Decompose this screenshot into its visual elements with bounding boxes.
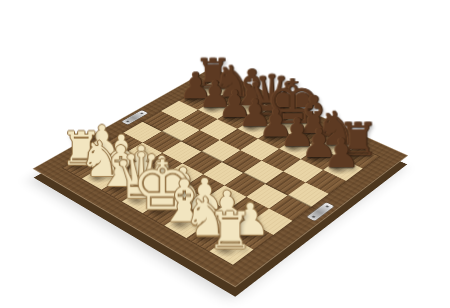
piece-black-pawn[interactable]: ♟	[301, 133, 382, 173]
square-h1[interactable]: ♜	[209, 237, 253, 265]
scene: ♜♞♝♛♚♝♞♜♟♟♟♟♟♟♟♟♟♟♟♟♟♟♟♟♜♞♝♛♚♝♞♜	[0, 0, 450, 308]
chess-board: ♜♞♝♛♚♝♞♜♟♟♟♟♟♟♟♟♟♟♟♟♟♟♟♟♜♞♝♛♚♝♞♜	[33, 68, 409, 288]
playing-field: ♜♞♝♛♚♝♞♜♟♟♟♟♟♟♟♟♟♟♟♟♟♟♟♟♜♞♝♛♚♝♞♜	[63, 81, 379, 265]
piece-white-rook[interactable]: ♜	[186, 205, 275, 256]
